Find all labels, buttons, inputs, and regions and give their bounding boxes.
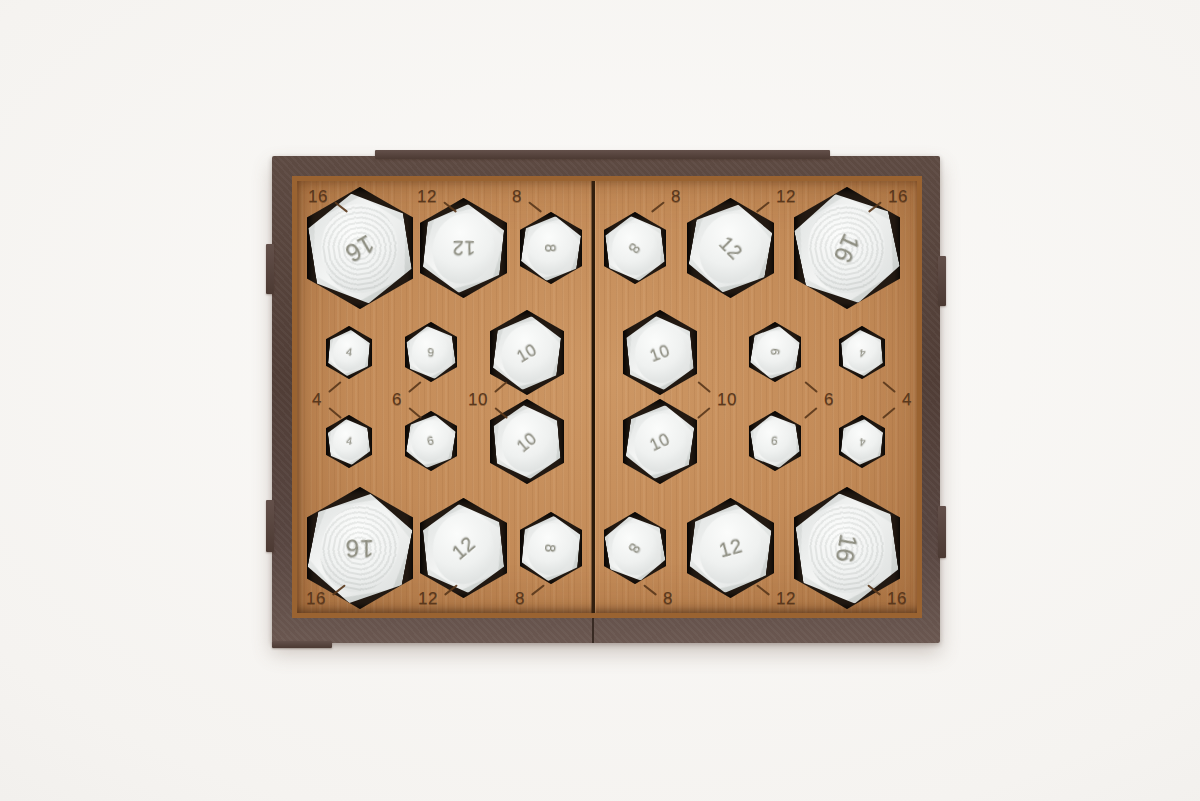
- piece-engraving: 8: [626, 241, 643, 257]
- hex-piece-6[interactable]: 6: [748, 412, 802, 472]
- label-tick: [804, 381, 818, 393]
- piece-face: 16: [321, 204, 399, 294]
- label-tick: [882, 381, 896, 393]
- label-tick: [804, 407, 818, 419]
- hex-slot-r1c2: 12: [420, 198, 507, 298]
- hex-slot-r3c5: 6: [749, 411, 801, 471]
- hex-piece-12[interactable]: 12: [421, 200, 507, 297]
- piece-top-hex: 12: [682, 196, 780, 300]
- hex-slot-r2c3: 10: [490, 310, 564, 395]
- piece-engraving: 6: [771, 435, 779, 448]
- piece-engraving: 16: [341, 230, 378, 266]
- label-tick: [882, 407, 896, 419]
- piece-top-hex: 6: [746, 322, 804, 384]
- piece-top-hex: 8: [607, 216, 663, 280]
- etched-label-middle-4: 4: [312, 390, 322, 410]
- piece-engraving: 6: [769, 348, 782, 356]
- finger-joint-tab-right-upper: [938, 256, 946, 306]
- piece-engraving: 12: [717, 536, 745, 561]
- hex-piece-10[interactable]: 10: [623, 401, 697, 483]
- etched-label-top-12: 12: [417, 187, 437, 207]
- piece-face: 12: [691, 506, 771, 592]
- piece-face: 10: [627, 406, 694, 478]
- piece-face: 4: [842, 420, 883, 464]
- hex-piece-8[interactable]: 8: [520, 514, 581, 584]
- piece-top-hex: 8: [516, 211, 586, 286]
- piece-face: 10: [494, 317, 560, 388]
- piece-face: 12: [430, 511, 496, 586]
- piece-face: 16: [308, 493, 411, 603]
- hex-slot-r4c3: 8: [520, 512, 582, 584]
- label-tick: [408, 407, 422, 419]
- label-tick: [643, 584, 657, 596]
- etched-label-middle-4: 4: [902, 390, 912, 410]
- hex-piece-4[interactable]: 4: [840, 328, 884, 377]
- piece-face: 6: [407, 415, 456, 467]
- piece-face: 8: [611, 221, 658, 275]
- etched-label-bottom-16: 16: [887, 589, 907, 609]
- label-tick: [756, 584, 770, 596]
- piece-engraving: 12: [715, 233, 746, 264]
- tray: 1612881216461010644610106416128812161612…: [292, 176, 922, 618]
- piece-face: 6: [756, 420, 793, 463]
- piece-engraving: 12: [452, 239, 475, 259]
- finger-joint-tab-right-lower: [938, 506, 946, 558]
- piece-top-hex: 16: [800, 494, 895, 603]
- hex-piece-6[interactable]: 6: [748, 323, 802, 383]
- piece-top-hex: 6: [408, 327, 453, 379]
- label-tick: [494, 381, 508, 393]
- hex-piece-10[interactable]: 10: [491, 312, 564, 393]
- etched-label-bottom-16: 16: [306, 589, 326, 609]
- hex-piece-4[interactable]: 4: [840, 417, 885, 467]
- piece-face: 12: [424, 206, 503, 291]
- etched-label-top-16: 16: [308, 187, 328, 207]
- label-tick: [651, 201, 665, 213]
- hex-piece-8[interactable]: 8: [603, 213, 667, 284]
- hex-slot-r2c4: 10: [623, 310, 697, 395]
- wooden-box: 1612881216461010644610106416128812161612…: [272, 156, 940, 643]
- label-tick: [328, 381, 342, 393]
- piece-face: 4: [329, 331, 369, 375]
- piece-top-hex: 4: [329, 419, 369, 465]
- hex-piece-6[interactable]: 6: [404, 412, 458, 472]
- etched-label-middle-6: 6: [392, 390, 402, 410]
- hex-piece-4[interactable]: 4: [327, 328, 371, 377]
- piece-engraving: 10: [514, 341, 540, 366]
- hex-piece-12[interactable]: 12: [421, 500, 507, 597]
- label-tick: [328, 407, 342, 419]
- hex-slot-r3c2: 6: [405, 411, 457, 471]
- hex-slot-r3c4: 10: [623, 399, 697, 484]
- finger-joint-tab-left-lower: [266, 500, 274, 552]
- piece-top-hex: 4: [325, 327, 373, 379]
- hex-slot-r2c1: 4: [326, 326, 372, 379]
- piece-top-hex: 8: [517, 512, 584, 585]
- piece-engraving: 10: [514, 429, 540, 455]
- piece-engraving: 10: [648, 342, 673, 365]
- piece-top-hex: 6: [753, 416, 798, 467]
- etched-label-middle-10: 10: [468, 390, 488, 410]
- hex-slot-r2c5: 6: [749, 322, 801, 382]
- piece-face: 8: [522, 217, 581, 280]
- piece-engraving: 4: [345, 436, 353, 448]
- hex-slot-r2c6: 4: [839, 326, 885, 379]
- etched-label-middle-10: 10: [717, 390, 737, 410]
- piece-top-hex: 6: [402, 411, 460, 473]
- hex-slot-r4c6: 16: [794, 487, 900, 609]
- hex-piece-16[interactable]: 16: [792, 487, 903, 610]
- piece-face: 16: [807, 503, 887, 594]
- label-tick: [756, 201, 770, 213]
- piece-face: 4: [844, 333, 879, 372]
- piece-top-hex: 10: [488, 310, 567, 395]
- piece-engraving: 8: [543, 543, 559, 553]
- piece-engraving: 16: [346, 536, 375, 561]
- piece-engraving: 6: [426, 435, 435, 448]
- piece-top-hex: 12: [417, 198, 511, 299]
- finger-joint-tab-top: [375, 150, 830, 159]
- finger-joint-tab-left-upper: [266, 244, 274, 294]
- etched-label-top-16: 16: [888, 187, 908, 207]
- piece-engraving: 16: [832, 532, 862, 565]
- hex-slot-r4c5: 12: [687, 498, 774, 598]
- piece-top-hex: 10: [620, 399, 700, 485]
- label-tick: [697, 407, 711, 419]
- etched-label-bottom-8: 8: [663, 589, 673, 609]
- finger-joint-tab-bottom-left: [272, 641, 332, 648]
- hex-slot-r4c2: 12: [420, 498, 507, 598]
- bottom-wall-seam: [592, 618, 594, 643]
- etched-label-bottom-8: 8: [515, 589, 525, 609]
- piece-face: 6: [412, 331, 450, 375]
- piece-face: 10: [499, 410, 555, 473]
- photo-background: 1612881216461010644610106416128812161612…: [0, 0, 1200, 801]
- hex-slot-r1c5: 12: [687, 198, 774, 298]
- piece-top-hex: 12: [424, 504, 503, 593]
- label-tick: [528, 201, 542, 213]
- piece-face: 4: [332, 423, 366, 461]
- piece-engraving: 4: [858, 347, 866, 359]
- hex-piece-4[interactable]: 4: [326, 417, 371, 468]
- etched-label-bottom-12: 12: [418, 589, 438, 609]
- piece-top-hex: 12: [683, 497, 778, 599]
- label-tick: [697, 381, 711, 393]
- piece-face: 12: [689, 205, 771, 293]
- hex-slot-r2c2: 6: [405, 322, 457, 382]
- hex-piece-10[interactable]: 10: [624, 313, 695, 393]
- etched-label-bottom-12: 12: [776, 589, 796, 609]
- piece-engraving: 6: [427, 347, 434, 359]
- piece-top-hex: 10: [627, 316, 693, 390]
- piece-engraving: 8: [544, 244, 559, 253]
- piece-top-hex: 16: [800, 194, 895, 303]
- hex-piece-8[interactable]: 8: [519, 212, 584, 284]
- piece-face: 16: [807, 203, 887, 294]
- piece-face: 8: [613, 523, 658, 575]
- label-tick: [531, 584, 545, 596]
- piece-engraving: 4: [858, 436, 866, 448]
- etched-label-top-8: 8: [671, 187, 681, 207]
- hex-piece-12[interactable]: 12: [687, 500, 774, 598]
- hex-slot-r1c4: 8: [604, 212, 666, 284]
- piece-top-hex: 4: [841, 330, 883, 377]
- hex-piece-12[interactable]: 12: [685, 198, 776, 299]
- etched-label-top-12: 12: [776, 187, 796, 207]
- piece-engraving: 8: [626, 541, 643, 556]
- piece-top-hex: 16: [313, 195, 406, 302]
- hex-piece-8[interactable]: 8: [602, 512, 668, 586]
- center-divider: [592, 181, 595, 613]
- piece-engraving: 16: [830, 230, 865, 267]
- hex-slot-r3c1: 4: [326, 415, 372, 468]
- piece-face: 6: [751, 326, 800, 378]
- piece-top-hex: 8: [608, 518, 661, 580]
- hex-slot-r1c6: 16: [794, 187, 900, 309]
- hex-slot-r3c6: 4: [839, 415, 885, 468]
- hex-slot-r4c4: 8: [604, 512, 666, 584]
- hex-slot-r1c3: 8: [520, 212, 582, 284]
- piece-engraving: 4: [345, 347, 353, 359]
- piece-top-hex: 4: [838, 416, 887, 468]
- hex-piece-6[interactable]: 6: [405, 323, 458, 382]
- label-tick: [408, 381, 422, 393]
- piece-face: 8: [523, 518, 580, 580]
- etched-label-top-8: 8: [512, 187, 522, 207]
- piece-engraving: 10: [647, 430, 672, 454]
- etched-label-middle-6: 6: [824, 390, 834, 410]
- piece-face: 10: [632, 322, 687, 384]
- piece-engraving: 12: [448, 533, 479, 563]
